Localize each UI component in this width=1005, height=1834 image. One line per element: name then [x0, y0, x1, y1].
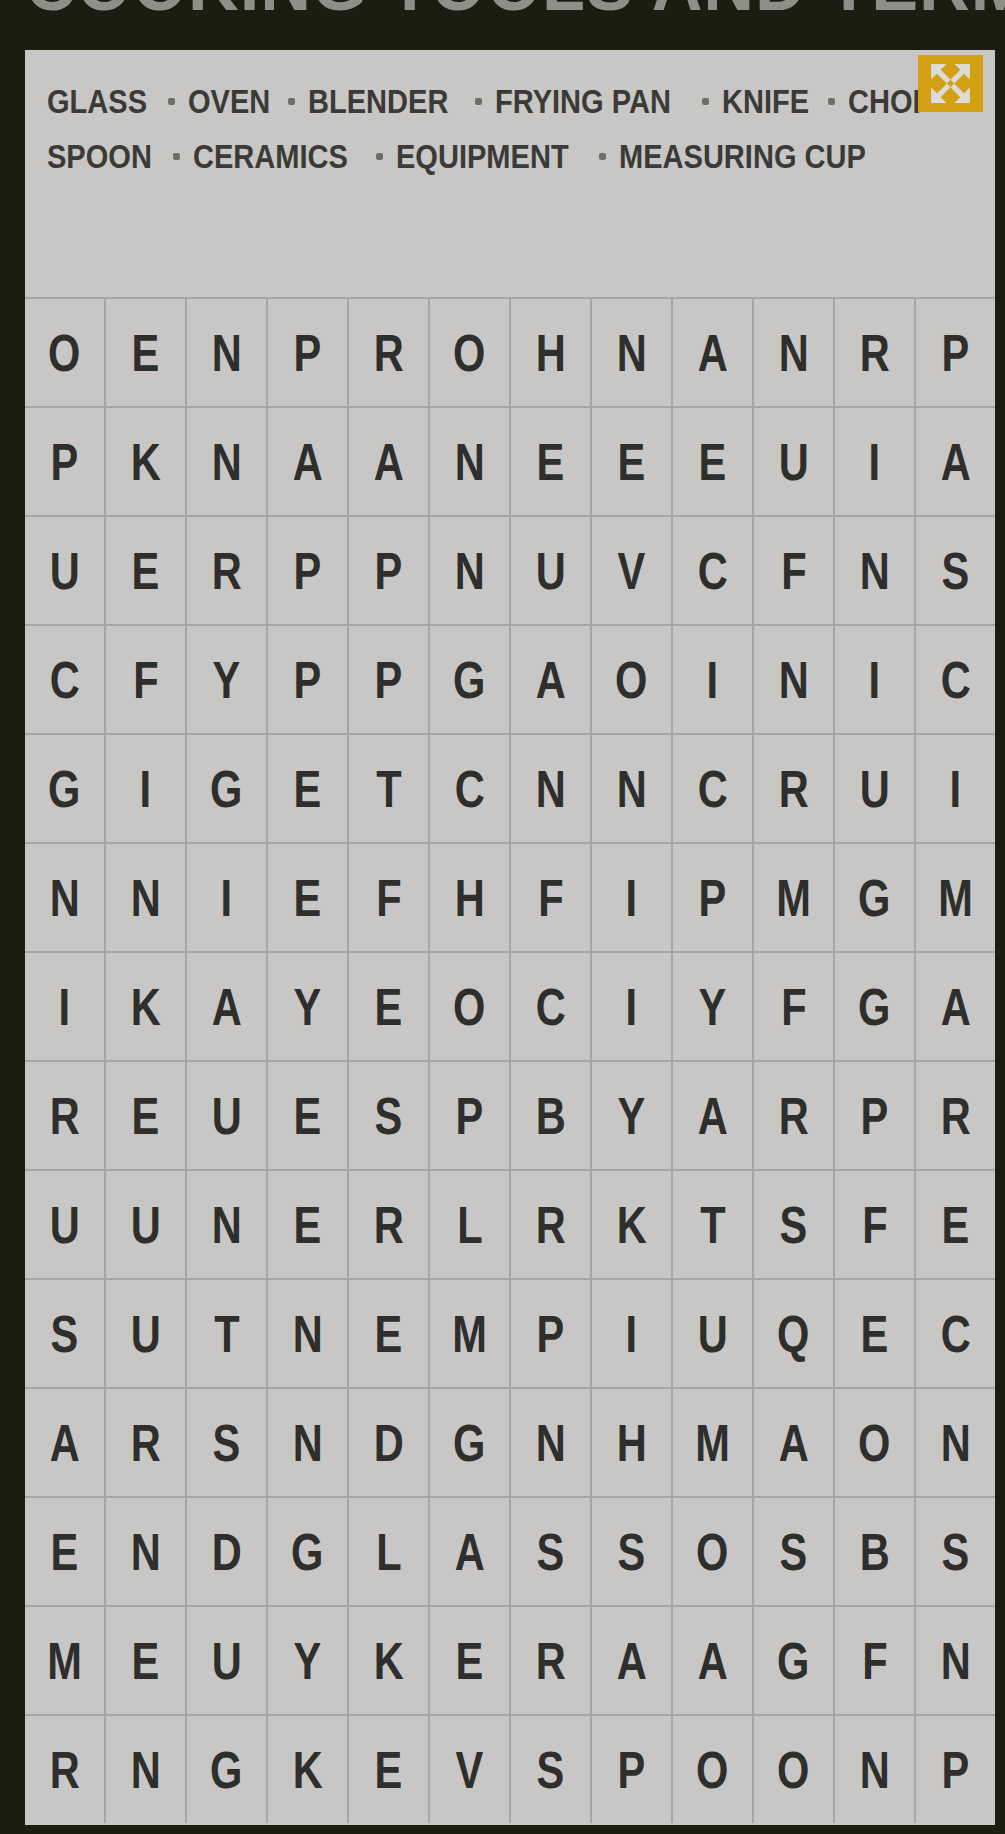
grid-letter: N	[859, 545, 889, 597]
grid-letter: N	[49, 872, 79, 924]
grid-cell[interactable]: A	[268, 408, 347, 515]
grid-letter: Y	[618, 1090, 646, 1142]
grid-cell[interactable]: R	[916, 1062, 995, 1169]
grid-cell[interactable]: L	[349, 1498, 428, 1605]
grid-letter: P	[294, 545, 322, 597]
grid-cell[interactable]: C	[673, 735, 752, 842]
grid-letter: M	[47, 1635, 82, 1687]
grid-cell[interactable]: N	[835, 517, 914, 624]
grid-cell[interactable]: O	[673, 1498, 752, 1605]
grid-cell[interactable]: E	[106, 299, 185, 406]
grid-cell[interactable]: Y	[268, 1607, 347, 1714]
grid-letter: N	[454, 436, 484, 488]
grid-cell[interactable]: N	[754, 626, 833, 733]
grid-letter: K	[130, 436, 160, 488]
grid-letter: A	[616, 1635, 646, 1687]
grid-cell[interactable]: C	[430, 735, 509, 842]
grid-cell[interactable]: D	[349, 1389, 428, 1496]
grid-letter: N	[616, 327, 646, 379]
grid-cell[interactable]: E	[268, 735, 347, 842]
grid-cell[interactable]: P	[268, 626, 347, 733]
grid-cell[interactable]: N	[916, 1607, 995, 1714]
grid-cell[interactable]: V	[430, 1716, 509, 1823]
grid-cell[interactable]: A	[25, 1389, 104, 1496]
grid-cell[interactable]: S	[349, 1062, 428, 1169]
grid-letter: O	[777, 1744, 809, 1796]
grid-cell[interactable]: R	[754, 735, 833, 842]
grid-cell[interactable]: N	[592, 299, 671, 406]
grid-cell[interactable]: A	[187, 953, 266, 1060]
grid-cell[interactable]: P	[673, 844, 752, 951]
grid-cell[interactable]: G	[25, 735, 104, 842]
grid-letter: O	[48, 327, 80, 379]
grid-cell[interactable]: N	[268, 1280, 347, 1387]
grid-letter: T	[700, 1199, 725, 1251]
grid-letter: T	[376, 763, 401, 815]
grid-letter: R	[130, 1417, 160, 1469]
grid-cell[interactable]: A	[673, 1062, 752, 1169]
grid-cell[interactable]: C	[916, 1280, 995, 1387]
grid-cell[interactable]: Y	[187, 626, 266, 733]
separator-dot-icon	[168, 98, 175, 105]
grid-letter: G	[453, 1417, 485, 1469]
grid-cell[interactable]: K	[106, 953, 185, 1060]
grid-letter: E	[132, 1090, 160, 1142]
grid-cell[interactable]: P	[25, 408, 104, 515]
grid-cell[interactable]: E	[268, 1062, 347, 1169]
grid-cell[interactable]: Q	[754, 1280, 833, 1387]
grid-cell[interactable]: S	[754, 1171, 833, 1278]
grid-letter: N	[292, 1308, 322, 1360]
grid-cell[interactable]: S	[916, 517, 995, 624]
grid-cell[interactable]: L	[430, 1171, 509, 1278]
grid-cell[interactable]: G	[835, 844, 914, 951]
grid-letter: R	[211, 545, 241, 597]
grid-cell[interactable]: I	[592, 1280, 671, 1387]
grid-cell[interactable]: R	[511, 1171, 590, 1278]
grid-letter: N	[130, 1744, 160, 1796]
expand-button[interactable]	[918, 55, 983, 112]
grid-cell[interactable]: E	[268, 1171, 347, 1278]
grid-letter: N	[616, 763, 646, 815]
grid-cell[interactable]: E	[106, 1607, 185, 1714]
grid-letter: A	[373, 436, 403, 488]
grid-letter: M	[695, 1417, 730, 1469]
grid-letter: F	[538, 872, 563, 924]
grid-letter: A	[778, 1417, 808, 1469]
grid-letter: F	[862, 1635, 887, 1687]
grid-letter: P	[294, 654, 322, 706]
grid-cell[interactable]: E	[673, 408, 752, 515]
grid-letter: S	[375, 1090, 403, 1142]
grid-letter: I	[869, 654, 881, 706]
grid-cell[interactable]: C	[25, 626, 104, 733]
grid-cell[interactable]: N	[511, 735, 590, 842]
grid-letter: N	[778, 327, 808, 379]
grid-letter: S	[942, 545, 970, 597]
grid-cell[interactable]: G	[268, 1498, 347, 1605]
separator-dot-icon	[288, 98, 295, 105]
grid-cell[interactable]: I	[592, 844, 671, 951]
grid-letter: U	[130, 1199, 160, 1251]
grid-cell[interactable]: U	[511, 517, 590, 624]
grid-letter: R	[49, 1744, 79, 1796]
grid-cell[interactable]: M	[754, 844, 833, 951]
grid-cell[interactable]: C	[673, 517, 752, 624]
grid-letter: E	[375, 981, 403, 1033]
grid-cell[interactable]: S	[187, 1389, 266, 1496]
grid-letter: E	[375, 1744, 403, 1796]
grid-letter: T	[214, 1308, 239, 1360]
grid-cell[interactable]: F	[511, 844, 590, 951]
grid-cell[interactable]: M	[673, 1389, 752, 1496]
grid-letter: I	[140, 763, 152, 815]
grid-cell[interactable]: U	[187, 1607, 266, 1714]
grid-cell[interactable]: R	[349, 299, 428, 406]
grid-letter: S	[780, 1199, 808, 1251]
grid-cell[interactable]: O	[430, 953, 509, 1060]
grid-cell[interactable]: N	[106, 1498, 185, 1605]
grid-letter: N	[859, 1744, 889, 1796]
grid-letter: E	[699, 436, 727, 488]
grid-cell[interactable]: S	[754, 1498, 833, 1605]
separator-dot-icon	[702, 98, 709, 105]
grid-cell[interactable]: S	[916, 1498, 995, 1605]
grid-letter: C	[535, 981, 565, 1033]
grid-cell[interactable]: G	[430, 1389, 509, 1496]
grid-cell[interactable]: Y	[592, 1062, 671, 1169]
grid-cell[interactable]: G	[187, 735, 266, 842]
grid-cell[interactable]: E	[268, 844, 347, 951]
grid-cell[interactable]: S	[511, 1498, 590, 1605]
grid-letter: I	[626, 872, 638, 924]
grid-letter: A	[697, 327, 727, 379]
grid-letter: E	[132, 545, 160, 597]
word-list-item: KNIFE	[722, 83, 809, 121]
grid-cell[interactable]: G	[835, 953, 914, 1060]
grid-cell[interactable]: P	[268, 299, 347, 406]
grid-letter: R	[535, 1635, 565, 1687]
grid-letter: L	[457, 1199, 482, 1251]
word-list-line: GLASSOVENBLENDERFRYING PANKNIFECHOP	[47, 74, 915, 129]
grid-cell[interactable]: U	[187, 1062, 266, 1169]
grid-letter: E	[618, 436, 646, 488]
grid-letter: R	[940, 1090, 970, 1142]
grid-cell[interactable]: E	[106, 517, 185, 624]
grid-cell[interactable]: R	[511, 1607, 590, 1714]
grid-letter: V	[618, 545, 646, 597]
grid-cell[interactable]: K	[349, 1607, 428, 1714]
grid-cell[interactable]: P	[349, 517, 428, 624]
grid-letter: P	[294, 327, 322, 379]
grid-cell[interactable]: T	[349, 735, 428, 842]
grid-cell[interactable]: P	[511, 1280, 590, 1387]
grid-cell[interactable]: A	[592, 1607, 671, 1714]
grid-letter: N	[778, 654, 808, 706]
grid-letter: M	[776, 872, 811, 924]
grid-letter: R	[49, 1090, 79, 1142]
grid-letter: V	[456, 1744, 484, 1796]
grid-letter: U	[859, 763, 889, 815]
grid-cell[interactable]: A	[754, 1389, 833, 1496]
grid-cell[interactable]: P	[916, 299, 995, 406]
grid-letter: B	[859, 1526, 889, 1578]
grid-cell[interactable]: P	[916, 1716, 995, 1823]
grid-cell[interactable]: N	[268, 1389, 347, 1496]
grid-cell[interactable]: A	[511, 626, 590, 733]
grid-cell[interactable]: R	[835, 299, 914, 406]
grid-letter: O	[696, 1744, 728, 1796]
grid-cell[interactable]: B	[511, 1062, 590, 1169]
grid-letter: E	[537, 436, 565, 488]
grid-cell[interactable]: I	[835, 408, 914, 515]
grid-cell[interactable]: R	[349, 1171, 428, 1278]
grid-cell[interactable]: K	[268, 1716, 347, 1823]
grid-cell[interactable]: E	[916, 1171, 995, 1278]
grid-letter: E	[132, 327, 160, 379]
grid-cell[interactable]: A	[430, 1498, 509, 1605]
grid-cell[interactable]: T	[187, 1280, 266, 1387]
grid-letter: U	[49, 1199, 79, 1251]
grid-letter: P	[942, 327, 970, 379]
grid-letter: E	[942, 1199, 970, 1251]
grid-cell[interactable]: S	[25, 1280, 104, 1387]
grid-letter: O	[696, 1526, 728, 1578]
grid-cell[interactable]: I	[673, 626, 752, 733]
grid-cell[interactable]: I	[592, 953, 671, 1060]
grid-letter: N	[454, 545, 484, 597]
grid-cell[interactable]: M	[430, 1280, 509, 1387]
grid-letter: P	[861, 1090, 889, 1142]
grid-cell[interactable]: N	[592, 735, 671, 842]
grid-cell[interactable]: N	[187, 299, 266, 406]
grid-cell[interactable]: P	[349, 626, 428, 733]
grid-cell[interactable]: R	[187, 517, 266, 624]
grid-cell[interactable]: I	[835, 626, 914, 733]
grid-cell[interactable]: H	[430, 844, 509, 951]
grid-letter: U	[697, 1308, 727, 1360]
grid-letter: D	[211, 1526, 241, 1578]
grid-letter: U	[535, 545, 565, 597]
grid-cell[interactable]: E	[430, 1607, 509, 1714]
grid-cell[interactable]: U	[754, 408, 833, 515]
grid-cell[interactable]: P	[835, 1062, 914, 1169]
puzzle-title: COOKING TOOLS AND TERMS	[25, 0, 980, 22]
letter-grid: OENPROHNANRPPKNAANEEEUIAUERPPNUVCFNSCFYP…	[25, 297, 995, 1823]
grid-cell[interactable]: A	[673, 299, 752, 406]
grid-cell[interactable]: A	[673, 1607, 752, 1714]
grid-cell[interactable]: E	[349, 1280, 428, 1387]
grid-letter: N	[211, 1199, 241, 1251]
grid-letter: S	[537, 1744, 565, 1796]
grid-letter: G	[777, 1635, 809, 1687]
grid-letter: R	[778, 763, 808, 815]
grid-cell[interactable]: E	[592, 408, 671, 515]
grid-cell[interactable]: O	[592, 626, 671, 733]
grid-cell[interactable]: N	[430, 517, 509, 624]
grid-letter: A	[454, 1526, 484, 1578]
grid-letter: P	[375, 654, 403, 706]
word-list-item: BLENDER	[308, 83, 448, 121]
separator-dot-icon	[376, 153, 383, 160]
grid-cell[interactable]: N	[25, 844, 104, 951]
grid-letter: S	[942, 1526, 970, 1578]
grid-letter: G	[858, 981, 890, 1033]
grid-letter: P	[375, 545, 403, 597]
grid-cell[interactable]: Y	[268, 953, 347, 1060]
grid-letter: G	[453, 654, 485, 706]
grid-letter: H	[535, 327, 565, 379]
grid-cell[interactable]: G	[187, 1716, 266, 1823]
grid-cell[interactable]: G	[430, 626, 509, 733]
grid-cell[interactable]: N	[916, 1389, 995, 1496]
grid-cell[interactable]: E	[835, 1280, 914, 1387]
grid-cell[interactable]: E	[511, 408, 590, 515]
word-list-item: EQUIPMENT	[396, 138, 569, 176]
grid-letter: F	[376, 872, 401, 924]
grid-cell[interactable]: U	[835, 735, 914, 842]
expand-arrows-icon	[922, 59, 979, 108]
grid-letter: G	[210, 1744, 242, 1796]
grid-cell[interactable]: F	[835, 1607, 914, 1714]
grid-letter: N	[940, 1417, 970, 1469]
word-list-item: MEASURING CUP	[619, 138, 866, 176]
grid-letter: R	[859, 327, 889, 379]
grid-letter: A	[292, 436, 322, 488]
grid-cell[interactable]: E	[25, 1498, 104, 1605]
grid-cell[interactable]: C	[511, 953, 590, 1060]
grid-letter: K	[616, 1199, 646, 1251]
grid-cell[interactable]: P	[268, 517, 347, 624]
grid-letter: R	[373, 1199, 403, 1251]
grid-cell[interactable]: U	[25, 517, 104, 624]
grid-cell[interactable]: E	[349, 953, 428, 1060]
grid-cell[interactable]: I	[187, 844, 266, 951]
grid-letter: O	[615, 654, 647, 706]
grid-letter: M	[452, 1308, 487, 1360]
grid-cell[interactable]: H	[592, 1389, 671, 1496]
grid-cell[interactable]: A	[916, 408, 995, 515]
grid-letter: A	[49, 1417, 79, 1469]
grid-letter: N	[940, 1635, 970, 1687]
grid-letter: P	[942, 1744, 970, 1796]
grid-letter: D	[373, 1417, 403, 1469]
grid-cell[interactable]: N	[106, 844, 185, 951]
grid-cell[interactable]: R	[754, 1062, 833, 1169]
grid-cell[interactable]: T	[673, 1171, 752, 1278]
grid-cell[interactable]: F	[754, 953, 833, 1060]
grid-cell[interactable]: K	[592, 1171, 671, 1278]
grid-cell[interactable]: K	[106, 408, 185, 515]
grid-cell[interactable]: R	[25, 1716, 104, 1823]
grid-letter: C	[49, 654, 79, 706]
grid-cell[interactable]: E	[106, 1062, 185, 1169]
grid-cell[interactable]: H	[511, 299, 590, 406]
grid-cell[interactable]: I	[916, 735, 995, 842]
grid-cell[interactable]: R	[25, 1062, 104, 1169]
grid-cell[interactable]: N	[187, 408, 266, 515]
grid-letter: N	[535, 763, 565, 815]
grid-cell[interactable]: O	[835, 1389, 914, 1496]
grid-cell[interactable]: F	[106, 626, 185, 733]
grid-cell[interactable]: I	[25, 953, 104, 1060]
grid-cell[interactable]: U	[673, 1280, 752, 1387]
grid-letter: E	[294, 872, 322, 924]
grid-letter: L	[376, 1526, 401, 1578]
grid-letter: I	[707, 654, 719, 706]
grid-cell[interactable]: P	[430, 1062, 509, 1169]
grid-letter: P	[618, 1744, 646, 1796]
grid-cell[interactable]: N	[511, 1389, 590, 1496]
grid-cell[interactable]: Y	[673, 953, 752, 1060]
grid-letter: G	[291, 1526, 323, 1578]
grid-letter: N	[292, 1417, 322, 1469]
grid-letter: F	[862, 1199, 887, 1251]
grid-cell[interactable]: N	[835, 1716, 914, 1823]
grid-cell[interactable]: N	[187, 1171, 266, 1278]
grid-letter: I	[950, 763, 962, 815]
grid-cell[interactable]: R	[106, 1389, 185, 1496]
grid-letter: S	[213, 1417, 241, 1469]
word-list-item: FRYING PAN	[495, 83, 671, 121]
grid-letter: E	[294, 763, 322, 815]
grid-cell[interactable]: U	[106, 1171, 185, 1278]
grid-cell[interactable]: O	[673, 1716, 752, 1823]
grid-cell[interactable]: E	[349, 1716, 428, 1823]
grid-cell[interactable]: G	[754, 1607, 833, 1714]
grid-cell[interactable]: B	[835, 1498, 914, 1605]
grid-letter: A	[940, 981, 970, 1033]
grid-cell[interactable]: S	[511, 1716, 590, 1823]
grid-cell[interactable]: M	[25, 1607, 104, 1714]
grid-cell[interactable]: F	[835, 1171, 914, 1278]
grid-cell[interactable]: M	[916, 844, 995, 951]
grid-letter: U	[778, 436, 808, 488]
grid-cell[interactable]: S	[592, 1498, 671, 1605]
grid-cell[interactable]: F	[754, 517, 833, 624]
grid-letter: Y	[699, 981, 727, 1033]
grid-cell[interactable]: P	[592, 1716, 671, 1823]
grid-cell[interactable]: U	[106, 1280, 185, 1387]
grid-cell[interactable]: V	[592, 517, 671, 624]
separator-dot-icon	[173, 153, 180, 160]
grid-cell[interactable]: N	[430, 408, 509, 515]
grid-cell[interactable]: O	[25, 299, 104, 406]
grid-cell[interactable]: N	[754, 299, 833, 406]
grid-cell[interactable]: D	[187, 1498, 266, 1605]
grid-letter: F	[781, 981, 806, 1033]
grid-cell[interactable]: A	[916, 953, 995, 1060]
grid-cell[interactable]: C	[916, 626, 995, 733]
grid-letter: A	[697, 1635, 727, 1687]
grid-cell[interactable]: N	[106, 1716, 185, 1823]
grid-letter: O	[858, 1417, 890, 1469]
grid-letter: U	[211, 1090, 241, 1142]
grid-letter: C	[454, 763, 484, 815]
grid-letter: N	[211, 436, 241, 488]
grid-letter: U	[211, 1635, 241, 1687]
grid-cell[interactable]: F	[349, 844, 428, 951]
word-list-item: CERAMICS	[193, 138, 348, 176]
grid-cell[interactable]: O	[754, 1716, 833, 1823]
grid-cell[interactable]: U	[25, 1171, 104, 1278]
grid-cell[interactable]: O	[430, 299, 509, 406]
grid-cell[interactable]: A	[349, 408, 428, 515]
grid-letter: P	[537, 1308, 565, 1360]
grid-letter: I	[869, 436, 881, 488]
grid-cell[interactable]: I	[106, 735, 185, 842]
grid-letter: Y	[294, 981, 322, 1033]
